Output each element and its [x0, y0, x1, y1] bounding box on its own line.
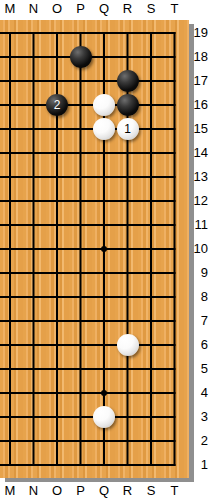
white-stone-q15[interactable] — [93, 118, 115, 140]
white-stone-q16[interactable] — [93, 94, 115, 116]
row-label-14: 14 — [194, 144, 208, 162]
row-label-12: 12 — [194, 192, 208, 210]
column-label-p-top: P — [76, 0, 85, 18]
white-stone-q3[interactable] — [93, 406, 115, 428]
column-label-o-bottom: O — [52, 482, 62, 500]
row-label-9: 9 — [201, 264, 208, 282]
white-stone-r15[interactable]: 1 — [117, 118, 139, 140]
column-label-m-bottom: M — [5, 482, 16, 500]
column-label-p-bottom: P — [76, 482, 85, 500]
black-stone-r17[interactable] — [117, 70, 139, 92]
row-label-3: 3 — [201, 408, 208, 426]
black-stone-p18[interactable] — [70, 46, 92, 68]
row-label-2: 2 — [201, 432, 208, 450]
column-label-o-top: O — [52, 0, 62, 18]
column-labels-top: MNOPQRST — [0, 0, 212, 18]
column-label-s-top: S — [147, 0, 156, 18]
column-label-n-bottom: N — [29, 482, 38, 500]
row-label-16: 16 — [194, 96, 208, 114]
star-point-q4 — [101, 390, 107, 396]
column-label-q-bottom: Q — [99, 482, 109, 500]
go-board[interactable]: 21 — [0, 21, 186, 477]
row-label-5: 5 — [201, 360, 208, 378]
column-label-t-bottom: T — [171, 482, 179, 500]
row-label-13: 13 — [194, 168, 208, 186]
row-label-11: 11 — [195, 216, 209, 234]
row-label-18: 18 — [194, 48, 208, 66]
row-label-8: 8 — [201, 288, 208, 306]
row-label-10: 10 — [194, 240, 208, 258]
row-label-6: 6 — [201, 336, 208, 354]
column-label-s-bottom: S — [147, 482, 156, 500]
column-labels-bottom: MNOPQRST — [0, 482, 212, 500]
column-label-r-top: R — [123, 0, 132, 18]
row-label-19: 19 — [194, 24, 208, 42]
star-point-q10 — [101, 246, 107, 252]
row-label-7: 7 — [201, 312, 208, 330]
column-label-q-top: Q — [99, 0, 109, 18]
black-stone-r16[interactable] — [117, 94, 139, 116]
row-label-15: 15 — [194, 120, 208, 138]
row-label-17: 17 — [194, 72, 208, 90]
column-label-n-top: N — [29, 0, 38, 18]
column-label-r-bottom: R — [123, 482, 132, 500]
row-labels-right: 19181716151413121110987654321 — [193, 0, 212, 500]
white-stone-r6[interactable] — [117, 334, 139, 356]
row-label-4: 4 — [201, 384, 208, 402]
row-label-1: 1 — [201, 456, 208, 474]
move-number-2: 2 — [54, 99, 61, 111]
column-label-t-top: T — [171, 0, 179, 18]
column-label-m-top: M — [5, 0, 16, 18]
go-diagram: MNOPQRST 21 1918171615141312111098765432… — [0, 0, 212, 500]
black-stone-o16[interactable]: 2 — [46, 94, 68, 116]
move-number-1: 1 — [124, 123, 131, 135]
